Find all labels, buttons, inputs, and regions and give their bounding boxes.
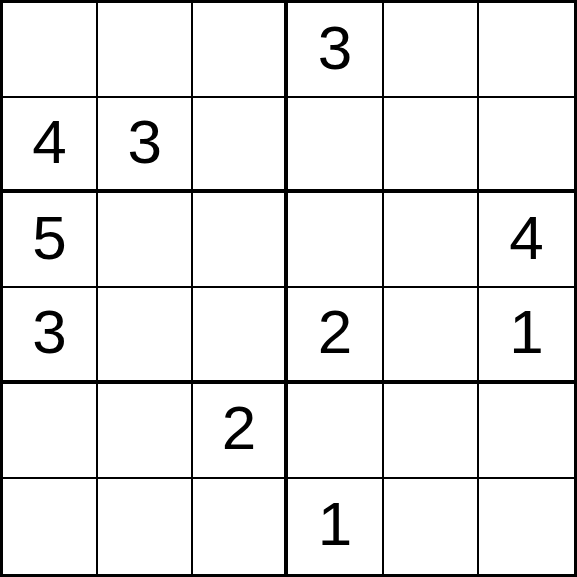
sudoku-cell-r3c6[interactable]: 4: [479, 193, 574, 288]
sudoku-cell-r2c4[interactable]: [288, 98, 383, 193]
sudoku-cell-r3c4[interactable]: [288, 193, 383, 288]
sudoku-cell-r5c3[interactable]: 2: [193, 384, 288, 479]
sudoku-cell-r2c5[interactable]: [384, 98, 479, 193]
given-digit: 2: [318, 301, 352, 363]
sudoku-cell-r6c6[interactable]: [479, 479, 574, 574]
sudoku-cell-r3c1[interactable]: 5: [3, 193, 98, 288]
sudoku-cell-r4c2[interactable]: [98, 288, 193, 383]
sudoku-cell-r2c3[interactable]: [193, 98, 288, 193]
sudoku-cell-r6c3[interactable]: [193, 479, 288, 574]
sudoku-cell-r4c1[interactable]: 3: [3, 288, 98, 383]
sudoku-cell-r4c6[interactable]: 1: [479, 288, 574, 383]
sudoku-cell-r1c3[interactable]: [193, 3, 288, 98]
sudoku-cell-r2c6[interactable]: [479, 98, 574, 193]
sudoku-cell-r3c5[interactable]: [384, 193, 479, 288]
sudoku-cell-r6c5[interactable]: [384, 479, 479, 574]
sudoku-cell-r5c4[interactable]: [288, 384, 383, 479]
sudoku-cell-r1c2[interactable]: [98, 3, 193, 98]
given-digit: 3: [318, 17, 352, 79]
sudoku-cell-r1c4[interactable]: 3: [288, 3, 383, 98]
given-digit: 1: [318, 493, 352, 555]
sudoku-cell-r1c5[interactable]: [384, 3, 479, 98]
given-digit: 4: [509, 207, 543, 269]
given-digit: 3: [128, 111, 162, 173]
given-digit: 2: [222, 397, 256, 459]
sudoku-board: 3435432121: [0, 0, 577, 577]
given-digit: 1: [509, 301, 543, 363]
sudoku-cell-r1c6[interactable]: [479, 3, 574, 98]
given-digit: 5: [32, 207, 66, 269]
sudoku-cell-r3c3[interactable]: [193, 193, 288, 288]
sudoku-cell-r5c1[interactable]: [3, 384, 98, 479]
sudoku-cell-r1c1[interactable]: [3, 3, 98, 98]
sudoku-cell-r6c4[interactable]: 1: [288, 479, 383, 574]
sudoku-cell-r4c3[interactable]: [193, 288, 288, 383]
given-digit: 3: [32, 301, 66, 363]
sudoku-cell-r2c1[interactable]: 4: [3, 98, 98, 193]
sudoku-cell-r5c6[interactable]: [479, 384, 574, 479]
sudoku-cell-r3c2[interactable]: [98, 193, 193, 288]
sudoku-cell-r6c1[interactable]: [3, 479, 98, 574]
sudoku-cell-r6c2[interactable]: [98, 479, 193, 574]
sudoku-cell-r2c2[interactable]: 3: [98, 98, 193, 193]
given-digit: 4: [32, 111, 66, 173]
sudoku-cell-r4c5[interactable]: [384, 288, 479, 383]
sudoku-cell-r4c4[interactable]: 2: [288, 288, 383, 383]
sudoku-cell-r5c5[interactable]: [384, 384, 479, 479]
sudoku-cell-r5c2[interactable]: [98, 384, 193, 479]
